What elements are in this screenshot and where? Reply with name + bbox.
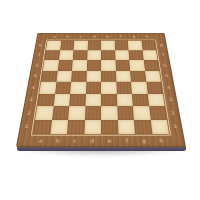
coordinates-bottom: abcdefgh [31, 136, 170, 145]
square-h4[interactable] [146, 82, 163, 94]
square-e1[interactable] [101, 120, 118, 134]
square-c7[interactable] [73, 50, 88, 60]
square-g8[interactable] [128, 41, 142, 50]
square-a4[interactable] [39, 82, 56, 94]
coord-right-7: 7 [158, 50, 168, 60]
square-c4[interactable] [70, 82, 86, 94]
square-b5[interactable] [56, 71, 72, 82]
square-h5[interactable] [145, 71, 161, 82]
square-h3[interactable] [147, 94, 164, 107]
coord-top-e: e [101, 34, 114, 39]
coord-right-6: 6 [160, 60, 170, 71]
square-e5[interactable] [101, 71, 116, 82]
coord-right-1: 1 [170, 120, 182, 134]
square-a2[interactable] [35, 106, 53, 119]
coord-top-b: b [61, 34, 75, 39]
square-b6[interactable] [57, 60, 72, 71]
square-g6[interactable] [129, 60, 144, 71]
square-e4[interactable] [101, 82, 116, 94]
square-h1[interactable] [150, 120, 169, 134]
coord-top-f: f [114, 34, 128, 39]
coord-bottom-d: d [84, 136, 101, 145]
square-h8[interactable] [141, 41, 156, 50]
square-h7[interactable] [142, 50, 157, 60]
square-c2[interactable] [68, 106, 85, 119]
square-g7[interactable] [128, 50, 143, 60]
square-g2[interactable] [133, 106, 150, 119]
coord-bottom-c: c [66, 136, 84, 145]
square-c5[interactable] [71, 71, 86, 82]
coordinates-top: abcdefgh [48, 34, 155, 39]
square-a1[interactable] [33, 120, 52, 134]
board-grid [33, 41, 169, 134]
square-e7[interactable] [101, 50, 115, 60]
square-f6[interactable] [115, 60, 130, 71]
square-d5[interactable] [86, 71, 101, 82]
coord-bottom-a: a [31, 136, 49, 145]
square-a5[interactable] [41, 71, 57, 82]
square-b3[interactable] [53, 94, 70, 107]
coord-right-3: 3 [165, 94, 176, 107]
chess-board: abcdefgh abcdefgh 87654321 87654321 [16, 33, 186, 147]
square-c8[interactable] [74, 41, 88, 50]
square-b8[interactable] [60, 41, 74, 50]
square-e6[interactable] [101, 60, 116, 71]
coord-top-d: d [88, 34, 101, 39]
square-f5[interactable] [116, 71, 131, 82]
square-b1[interactable] [50, 120, 68, 134]
square-d1[interactable] [84, 120, 101, 134]
coord-right-4: 4 [163, 82, 174, 94]
coord-bottom-g: g [135, 136, 153, 145]
coord-bottom-e: e [101, 136, 118, 145]
square-d2[interactable] [85, 106, 101, 119]
coord-right-5: 5 [162, 71, 172, 82]
square-d8[interactable] [87, 41, 101, 50]
coord-top-c: c [74, 34, 88, 39]
square-d4[interactable] [86, 82, 101, 94]
coord-right-2: 2 [167, 106, 179, 119]
square-b2[interactable] [52, 106, 69, 119]
square-c6[interactable] [72, 60, 87, 71]
square-f1[interactable] [117, 120, 135, 134]
square-b7[interactable] [59, 50, 74, 60]
square-d7[interactable] [87, 50, 101, 60]
square-a7[interactable] [44, 50, 59, 60]
square-c1[interactable] [67, 120, 85, 134]
square-e3[interactable] [101, 94, 117, 107]
coord-bottom-h: h [152, 136, 170, 145]
square-a3[interactable] [37, 94, 54, 107]
square-a8[interactable] [46, 41, 61, 50]
square-a6[interactable] [43, 60, 59, 71]
square-f8[interactable] [114, 41, 128, 50]
square-e8[interactable] [101, 41, 115, 50]
square-f2[interactable] [117, 106, 134, 119]
square-f4[interactable] [116, 82, 132, 94]
square-f7[interactable] [115, 50, 130, 60]
square-e2[interactable] [101, 106, 117, 119]
coord-top-g: g [127, 34, 141, 39]
square-g5[interactable] [130, 71, 146, 82]
square-h2[interactable] [149, 106, 167, 119]
coord-bottom-f: f [118, 136, 136, 145]
square-c3[interactable] [69, 94, 85, 107]
coord-right-8: 8 [157, 41, 166, 50]
square-g1[interactable] [134, 120, 152, 134]
coord-top-h: h [140, 34, 154, 39]
square-g3[interactable] [132, 94, 149, 107]
coord-bottom-b: b [49, 136, 67, 145]
square-d6[interactable] [86, 60, 101, 71]
chess-board-scene: abcdefgh abcdefgh 87654321 87654321 [0, 0, 200, 200]
square-h6[interactable] [143, 60, 159, 71]
square-b4[interactable] [55, 82, 71, 94]
square-f3[interactable] [116, 94, 132, 107]
square-g4[interactable] [131, 82, 147, 94]
coord-top-a: a [48, 34, 62, 39]
square-d3[interactable] [85, 94, 101, 107]
